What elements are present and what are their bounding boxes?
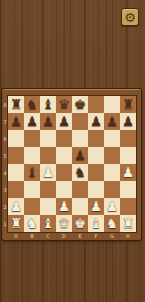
square-h7[interactable]: ♟ bbox=[120, 113, 136, 130]
white-pawn-piece[interactable]: ♟ bbox=[106, 199, 118, 213]
square-f4[interactable] bbox=[88, 164, 104, 181]
black-rook-piece[interactable]: ♜ bbox=[10, 97, 22, 111]
file-label-h: H bbox=[120, 232, 136, 240]
black-pawn-piece[interactable]: ♟ bbox=[90, 114, 102, 128]
black-rook-piece[interactable]: ♜ bbox=[122, 97, 134, 111]
black-pawn-piece[interactable]: ♟ bbox=[58, 114, 70, 128]
square-h6[interactable] bbox=[120, 130, 136, 147]
square-c7[interactable]: ♟ bbox=[40, 113, 56, 130]
square-g2[interactable]: ♟ bbox=[104, 198, 120, 215]
square-e8[interactable]: ♚ bbox=[72, 96, 88, 113]
square-c6[interactable] bbox=[40, 130, 56, 147]
white-knight-piece[interactable]: ♞ bbox=[106, 216, 118, 230]
white-pawn-piece[interactable]: ♟ bbox=[10, 199, 22, 213]
black-pawn-piece[interactable]: ♟ bbox=[10, 114, 22, 128]
square-f7[interactable]: ♟ bbox=[88, 113, 104, 130]
file-label-e: E bbox=[72, 232, 88, 240]
square-a8[interactable]: ♜ bbox=[8, 96, 24, 113]
square-e7[interactable] bbox=[72, 113, 88, 130]
square-e4[interactable]: ♞ bbox=[72, 164, 88, 181]
white-pawn-piece[interactable]: ♟ bbox=[90, 199, 102, 213]
square-c2[interactable] bbox=[40, 198, 56, 215]
square-d5[interactable] bbox=[56, 147, 72, 164]
square-g5[interactable] bbox=[104, 147, 120, 164]
chess-app-screen: ⚙ 87654321 ♜♞♝♛♚♜♟♟♟♟♟♟♟♟♝♟♞♟♟♟♟♟♜♞♝♛♚♝♞… bbox=[0, 0, 145, 302]
square-b3[interactable] bbox=[24, 181, 40, 198]
black-queen-piece[interactable]: ♛ bbox=[58, 97, 70, 111]
square-b2[interactable] bbox=[24, 198, 40, 215]
square-d2[interactable]: ♟ bbox=[56, 198, 72, 215]
square-h5[interactable] bbox=[120, 147, 136, 164]
square-b4[interactable]: ♝ bbox=[24, 164, 40, 181]
white-pawn-piece[interactable]: ♟ bbox=[58, 199, 70, 213]
square-f8[interactable] bbox=[88, 96, 104, 113]
white-queen-piece[interactable]: ♛ bbox=[58, 216, 70, 230]
black-bishop-piece[interactable]: ♝ bbox=[42, 97, 54, 111]
board-squares: ♜♞♝♛♚♜♟♟♟♟♟♟♟♟♝♟♞♟♟♟♟♟♜♞♝♛♚♝♞♜ bbox=[8, 96, 136, 232]
square-b8[interactable]: ♞ bbox=[24, 96, 40, 113]
square-d4[interactable] bbox=[56, 164, 72, 181]
white-rook-piece[interactable]: ♜ bbox=[10, 216, 22, 230]
black-pawn-piece[interactable]: ♟ bbox=[42, 114, 54, 128]
square-g1[interactable]: ♞ bbox=[104, 215, 120, 232]
white-rook-piece[interactable]: ♜ bbox=[122, 216, 134, 230]
square-h3[interactable] bbox=[120, 181, 136, 198]
gear-icon: ⚙ bbox=[124, 10, 136, 23]
square-c1[interactable]: ♝ bbox=[40, 215, 56, 232]
square-g4[interactable] bbox=[104, 164, 120, 181]
square-d1[interactable]: ♛ bbox=[56, 215, 72, 232]
square-b6[interactable] bbox=[24, 130, 40, 147]
square-h2[interactable] bbox=[120, 198, 136, 215]
settings-button[interactable]: ⚙ bbox=[121, 8, 139, 26]
file-label-c: C bbox=[40, 232, 56, 240]
black-knight-piece[interactable]: ♞ bbox=[26, 97, 38, 111]
square-b1[interactable]: ♞ bbox=[24, 215, 40, 232]
square-d8[interactable]: ♛ bbox=[56, 96, 72, 113]
square-h8[interactable]: ♜ bbox=[120, 96, 136, 113]
square-f5[interactable] bbox=[88, 147, 104, 164]
black-bishop-piece[interactable]: ♝ bbox=[26, 165, 38, 179]
square-f1[interactable]: ♝ bbox=[88, 215, 104, 232]
black-knight-piece[interactable]: ♞ bbox=[74, 165, 86, 179]
square-h4[interactable]: ♟ bbox=[120, 164, 136, 181]
square-g7[interactable]: ♟ bbox=[104, 113, 120, 130]
white-pawn-piece[interactable]: ♟ bbox=[122, 165, 134, 179]
square-b7[interactable]: ♟ bbox=[24, 113, 40, 130]
square-f6[interactable] bbox=[88, 130, 104, 147]
file-label-f: F bbox=[88, 232, 104, 240]
square-g3[interactable] bbox=[104, 181, 120, 198]
black-pawn-piece[interactable]: ♟ bbox=[74, 148, 86, 162]
square-d3[interactable] bbox=[56, 181, 72, 198]
square-a4[interactable] bbox=[8, 164, 24, 181]
square-f2[interactable]: ♟ bbox=[88, 198, 104, 215]
black-king-piece[interactable]: ♚ bbox=[74, 97, 86, 111]
white-king-piece[interactable]: ♚ bbox=[74, 216, 86, 230]
square-c5[interactable] bbox=[40, 147, 56, 164]
square-a3[interactable] bbox=[8, 181, 24, 198]
square-a6[interactable] bbox=[8, 130, 24, 147]
square-f3[interactable] bbox=[88, 181, 104, 198]
file-label-d: D bbox=[56, 232, 72, 240]
square-e2[interactable] bbox=[72, 198, 88, 215]
square-g8[interactable] bbox=[104, 96, 120, 113]
white-bishop-piece[interactable]: ♝ bbox=[90, 216, 102, 230]
chess-board: 87654321 ♜♞♝♛♚♜♟♟♟♟♟♟♟♟♝♟♞♟♟♟♟♟♜♞♝♛♚♝♞♜ … bbox=[2, 89, 141, 240]
white-pawn-piece[interactable]: ♟ bbox=[42, 165, 54, 179]
white-bishop-piece[interactable]: ♝ bbox=[42, 216, 54, 230]
file-label-a: A bbox=[8, 232, 24, 240]
square-h1[interactable]: ♜ bbox=[120, 215, 136, 232]
square-b5[interactable] bbox=[24, 147, 40, 164]
square-e5[interactable]: ♟ bbox=[72, 147, 88, 164]
square-e3[interactable] bbox=[72, 181, 88, 198]
file-label-b: B bbox=[24, 232, 40, 240]
square-e1[interactable]: ♚ bbox=[72, 215, 88, 232]
square-a1[interactable]: ♜ bbox=[8, 215, 24, 232]
white-knight-piece[interactable]: ♞ bbox=[26, 216, 38, 230]
square-a2[interactable]: ♟ bbox=[8, 198, 24, 215]
square-a7[interactable]: ♟ bbox=[8, 113, 24, 130]
square-e6[interactable] bbox=[72, 130, 88, 147]
black-pawn-piece[interactable]: ♟ bbox=[122, 114, 134, 128]
square-c4[interactable]: ♟ bbox=[40, 164, 56, 181]
square-g6[interactable] bbox=[104, 130, 120, 147]
file-label-g: G bbox=[104, 232, 120, 240]
square-d6[interactable] bbox=[56, 130, 72, 147]
square-d7[interactable]: ♟ bbox=[56, 113, 72, 130]
square-c3[interactable] bbox=[40, 181, 56, 198]
black-pawn-piece[interactable]: ♟ bbox=[26, 114, 38, 128]
black-pawn-piece[interactable]: ♟ bbox=[106, 114, 118, 128]
square-a5[interactable] bbox=[8, 147, 24, 164]
file-labels: ABCDEFGH bbox=[8, 232, 136, 240]
square-c8[interactable]: ♝ bbox=[40, 96, 56, 113]
